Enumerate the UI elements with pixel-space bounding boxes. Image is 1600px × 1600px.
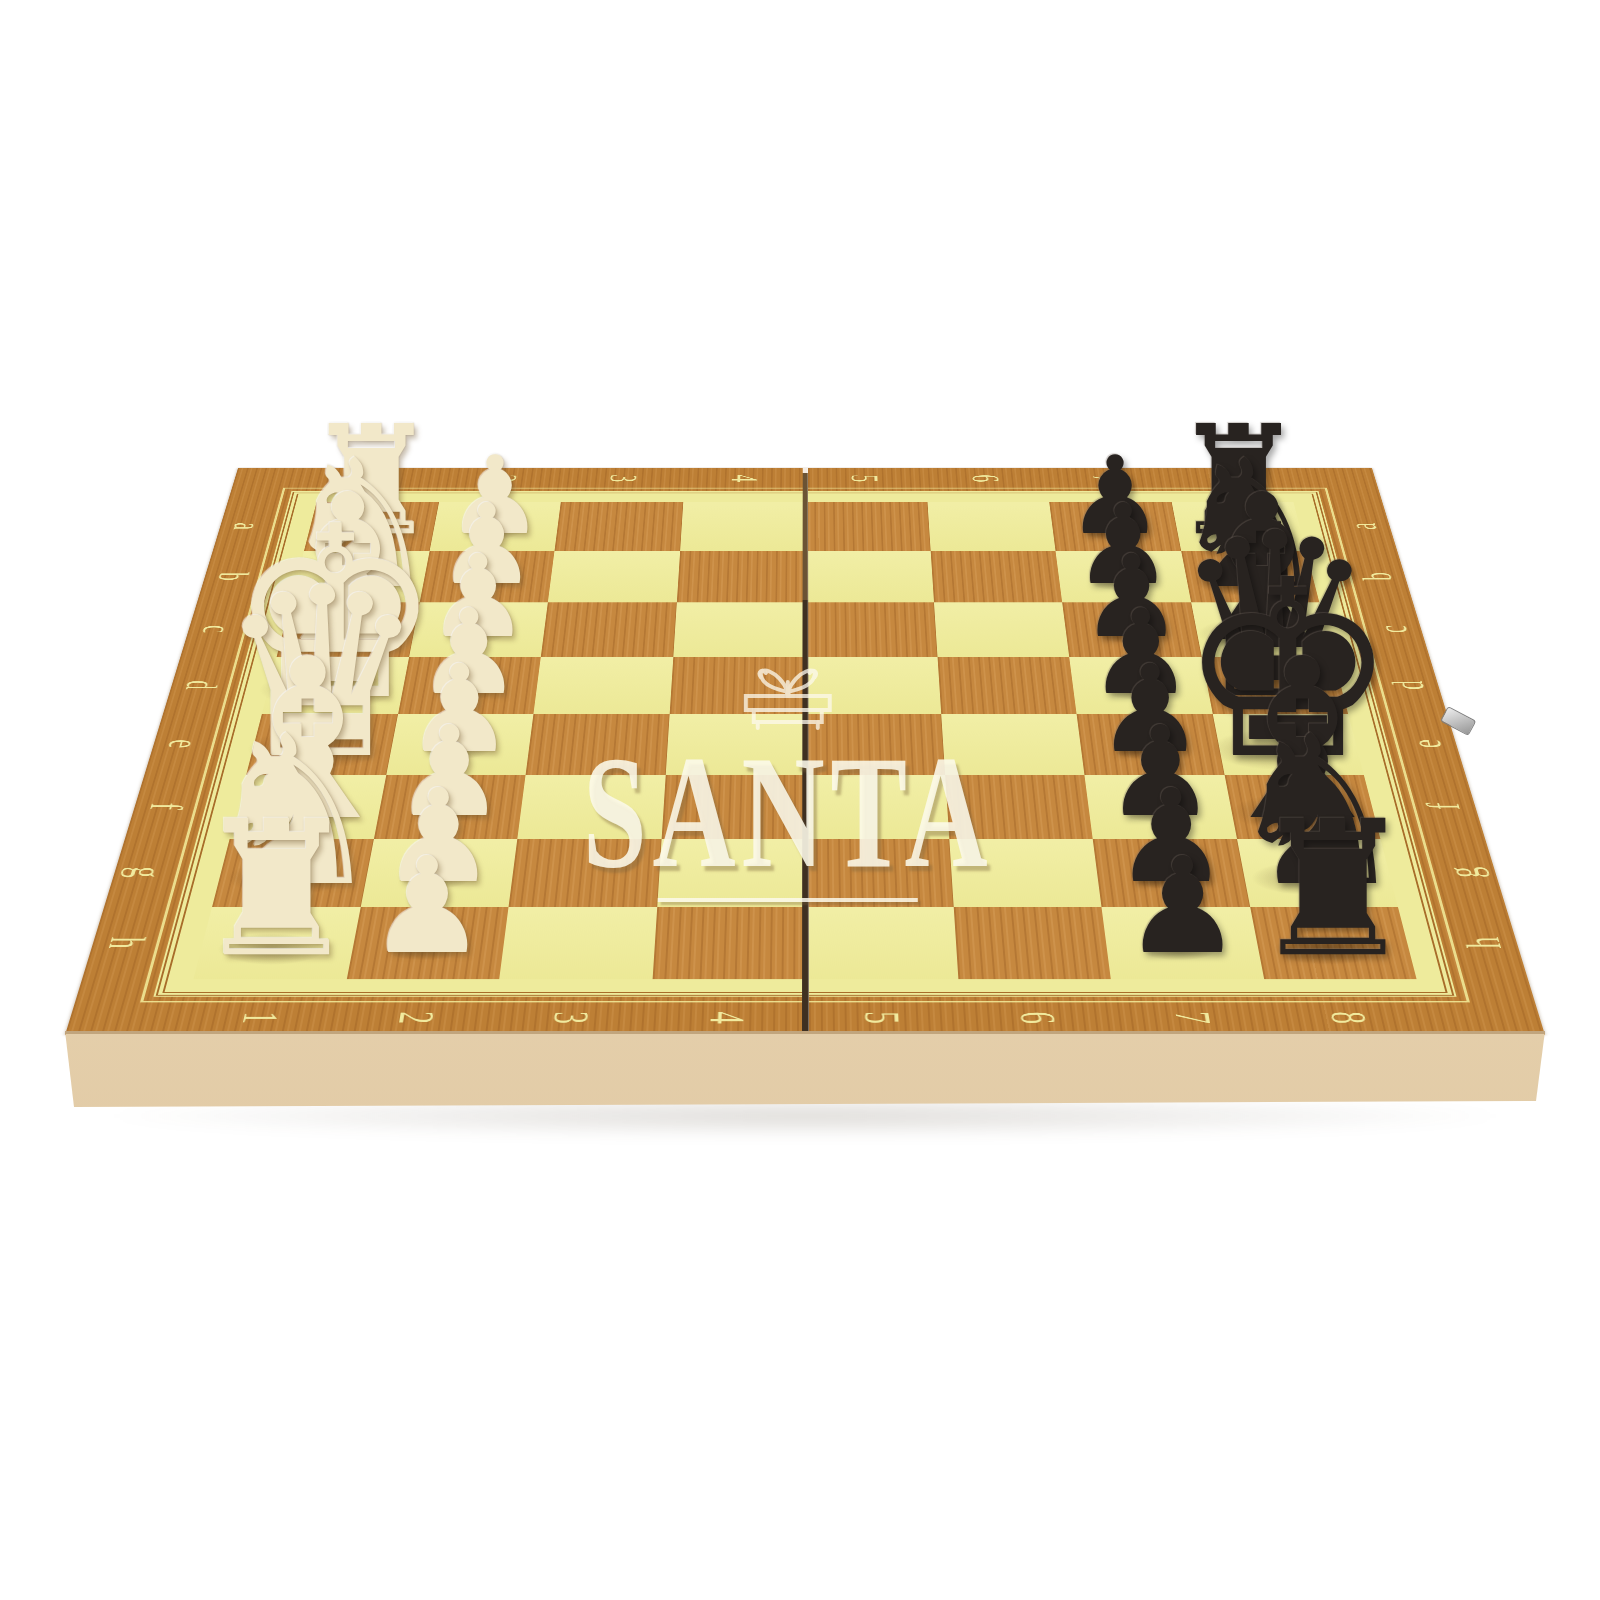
black-pawn-h7: ♟ xyxy=(1123,840,1242,973)
board-front-edge xyxy=(65,1031,1545,1034)
white-rook-h1: ♜ xyxy=(193,796,361,983)
white-pawn-h2: ♟ xyxy=(368,840,487,973)
pieces-layer: ♜♞♝♚♛♝♞♜♟♟♟♟♟♟♟♟♟♟♟♟♟♟♟♟♜♞♝♛♚♝♞♜ xyxy=(0,0,1600,1600)
product-photo-stage: 11aa22bb33cc44dd55ee66ff77gg88hh ♜♞♝♚♛♝♞… xyxy=(0,0,1600,1600)
black-rook-h8: ♜ xyxy=(1249,796,1417,983)
